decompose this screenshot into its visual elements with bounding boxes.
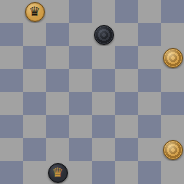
square-r4-c6[interactable] [138, 92, 161, 115]
square-r4-c2[interactable] [46, 92, 69, 115]
square-r1-c4[interactable] [92, 23, 115, 46]
square-r6-c0[interactable] [0, 138, 23, 161]
square-r6-c2[interactable] [46, 138, 69, 161]
square-r3-c2[interactable] [46, 69, 69, 92]
square-r6-c3[interactable] [69, 138, 92, 161]
square-r6-c6[interactable] [138, 138, 161, 161]
square-r0-c7[interactable] [161, 0, 184, 23]
square-r3-c1[interactable] [23, 69, 46, 92]
square-r2-c3[interactable] [69, 46, 92, 69]
square-r5-c1[interactable] [23, 115, 46, 138]
square-r1-c1[interactable] [23, 23, 46, 46]
square-r2-c0[interactable] [0, 46, 23, 69]
crown-icon: ♛ [52, 166, 64, 179]
square-r4-c0[interactable] [0, 92, 23, 115]
square-r4-c1[interactable] [23, 92, 46, 115]
square-r0-c6[interactable] [138, 0, 161, 23]
square-r6-c1[interactable] [23, 138, 46, 161]
square-r5-c6[interactable] [138, 115, 161, 138]
square-r0-c3[interactable] [69, 0, 92, 23]
piece-gold-man[interactable] [163, 48, 183, 68]
square-r2-c7[interactable] [161, 46, 184, 69]
square-r1-c6[interactable] [138, 23, 161, 46]
square-r5-c5[interactable] [115, 115, 138, 138]
piece-dark-king[interactable]: ♛ [48, 163, 68, 183]
piece-gold-man[interactable] [163, 140, 183, 160]
square-r6-c4[interactable] [92, 138, 115, 161]
square-r0-c2[interactable] [46, 0, 69, 23]
square-r5-c3[interactable] [69, 115, 92, 138]
square-r7-c0[interactable] [0, 161, 23, 184]
square-r2-c5[interactable] [115, 46, 138, 69]
piece-gold-king[interactable]: ♛ [25, 2, 45, 22]
square-r3-c4[interactable] [92, 69, 115, 92]
square-r1-c2[interactable] [46, 23, 69, 46]
square-r0-c1[interactable]: ♛ [23, 0, 46, 23]
square-r7-c4[interactable] [92, 161, 115, 184]
crown-icon: ♛ [29, 5, 41, 18]
square-r4-c4[interactable] [92, 92, 115, 115]
square-r5-c2[interactable] [46, 115, 69, 138]
square-r3-c0[interactable] [0, 69, 23, 92]
square-r7-c1[interactable] [23, 161, 46, 184]
square-r0-c4[interactable] [92, 0, 115, 23]
square-r6-c7[interactable] [161, 138, 184, 161]
square-r4-c7[interactable] [161, 92, 184, 115]
piece-dark-man[interactable] [94, 25, 114, 45]
square-r1-c7[interactable] [161, 23, 184, 46]
square-r0-c0[interactable] [0, 0, 23, 23]
square-r7-c5[interactable] [115, 161, 138, 184]
checkers-app: ♛♛ [0, 0, 184, 184]
square-r6-c5[interactable] [115, 138, 138, 161]
square-r4-c3[interactable] [69, 92, 92, 115]
square-r2-c1[interactable] [23, 46, 46, 69]
square-r7-c3[interactable] [69, 161, 92, 184]
square-r3-c6[interactable] [138, 69, 161, 92]
square-r5-c7[interactable] [161, 115, 184, 138]
checkers-board: ♛♛ [0, 0, 184, 184]
square-r3-c3[interactable] [69, 69, 92, 92]
square-r2-c6[interactable] [138, 46, 161, 69]
square-r3-c7[interactable] [161, 69, 184, 92]
square-r4-c5[interactable] [115, 92, 138, 115]
square-r1-c0[interactable] [0, 23, 23, 46]
square-r1-c5[interactable] [115, 23, 138, 46]
square-r7-c7[interactable] [161, 161, 184, 184]
square-r7-c2[interactable]: ♛ [46, 161, 69, 184]
square-r2-c4[interactable] [92, 46, 115, 69]
square-r0-c5[interactable] [115, 0, 138, 23]
square-r5-c0[interactable] [0, 115, 23, 138]
square-r2-c2[interactable] [46, 46, 69, 69]
square-r5-c4[interactable] [92, 115, 115, 138]
square-r1-c3[interactable] [69, 23, 92, 46]
square-r3-c5[interactable] [115, 69, 138, 92]
square-r7-c6[interactable] [138, 161, 161, 184]
